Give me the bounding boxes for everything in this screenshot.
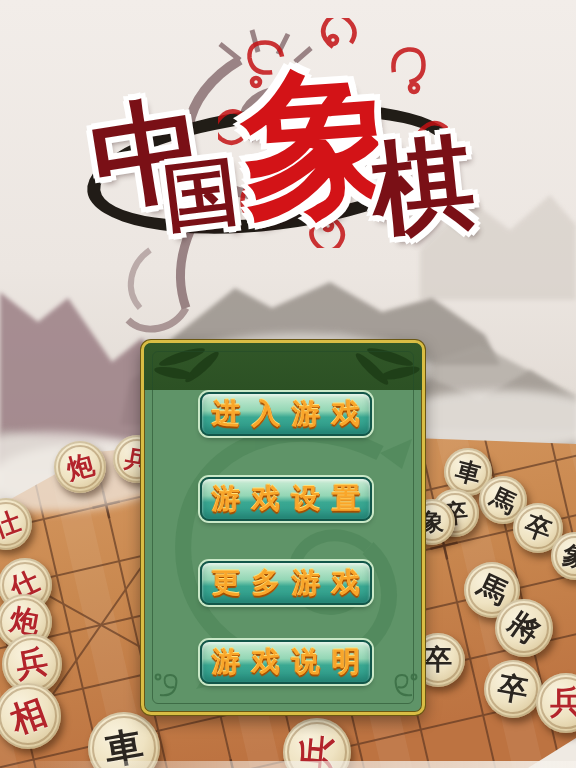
panel-header [144,343,422,390]
far-mountain [420,195,576,300]
enter-game-button[interactable]: 进入游戏 [200,392,372,436]
menu-panel: 进入游戏 游戏设置 更多游戏 游戏说明 [141,340,425,715]
game-help-button[interactable]: 游戏说明 [200,640,372,684]
more-games-label: 更多游戏 [212,569,372,597]
game-help-label: 游戏说明 [212,648,372,676]
bamboo-leaves-icon [144,343,422,390]
game-settings-button[interactable]: 游戏设置 [200,477,372,521]
app-screen: 中 国 象 棋 炮兵仕仕炮兵相車兵車馬卒卒象象馬將卒卒兵 [0,0,576,768]
game-settings-label: 游戏设置 [212,485,372,513]
board-front-rim [0,761,576,768]
more-games-button[interactable]: 更多游戏 [200,561,372,605]
enter-game-label: 进入游戏 [212,400,372,428]
